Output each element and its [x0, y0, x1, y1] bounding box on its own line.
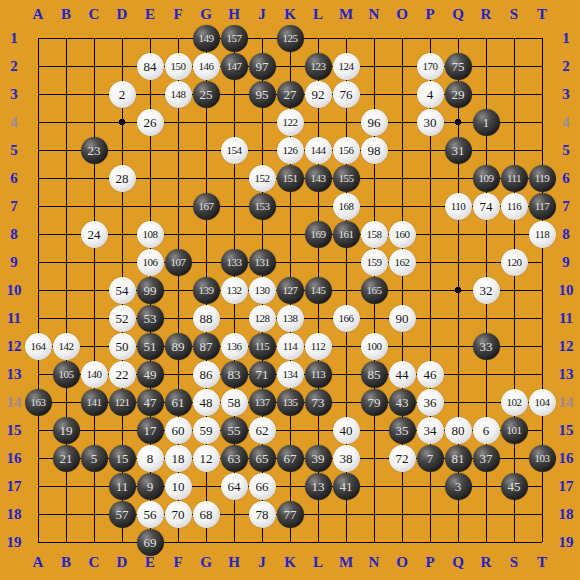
row-label-right-2: 2 — [562, 58, 570, 75]
stone-J3[interactable]: 95 — [249, 81, 276, 108]
col-label-bottom-L: L — [313, 554, 323, 571]
stone-M15[interactable]: 40 — [333, 417, 360, 444]
col-label-top-P: P — [425, 6, 434, 23]
row-label-left-3: 3 — [10, 86, 18, 103]
stone-J16[interactable]: 65 — [249, 445, 276, 472]
stone-J15[interactable]: 62 — [249, 417, 276, 444]
stone-N8[interactable]: 158 — [361, 221, 388, 248]
stone-Q15[interactable]: 80 — [445, 417, 472, 444]
stone-F17[interactable]: 10 — [165, 473, 192, 500]
col-label-top-L: L — [313, 6, 323, 23]
stone-F18[interactable]: 70 — [165, 501, 192, 528]
stone-H13[interactable]: 83 — [221, 361, 248, 388]
stone-E16[interactable]: 8 — [137, 445, 164, 472]
col-label-top-Q: Q — [452, 6, 464, 23]
col-label-top-E: E — [145, 6, 155, 23]
row-label-left-13: 13 — [7, 366, 22, 383]
stone-T14[interactable]: 104 — [529, 389, 556, 416]
stone-P14[interactable]: 36 — [417, 389, 444, 416]
row-label-right-15: 15 — [559, 422, 574, 439]
stone-D6[interactable]: 28 — [109, 165, 136, 192]
stone-L6[interactable]: 143 — [305, 165, 332, 192]
col-label-top-H: H — [228, 6, 240, 23]
stone-K5[interactable]: 126 — [277, 137, 304, 164]
row-label-right-13: 13 — [559, 366, 574, 383]
stone-J18[interactable]: 78 — [249, 501, 276, 528]
stone-F14[interactable]: 61 — [165, 389, 192, 416]
stone-J12[interactable]: 115 — [249, 333, 276, 360]
stone-K18[interactable]: 77 — [277, 501, 304, 528]
stone-G16[interactable]: 12 — [193, 445, 220, 472]
col-label-bottom-H: H — [228, 554, 240, 571]
col-label-bottom-Q: Q — [452, 554, 464, 571]
row-label-right-4: 4 — [562, 114, 570, 131]
stone-K12[interactable]: 114 — [277, 333, 304, 360]
stone-H15[interactable]: 55 — [221, 417, 248, 444]
row-label-right-18: 18 — [559, 506, 574, 523]
stone-C16[interactable]: 5 — [81, 445, 108, 472]
stone-M6[interactable]: 155 — [333, 165, 360, 192]
stone-K4[interactable]: 122 — [277, 109, 304, 136]
stone-G10[interactable]: 139 — [193, 277, 220, 304]
stone-N4[interactable]: 96 — [361, 109, 388, 136]
stone-P3[interactable]: 4 — [417, 81, 444, 108]
col-label-top-F: F — [173, 6, 182, 23]
col-label-top-J: J — [258, 6, 266, 23]
stone-K6[interactable]: 151 — [277, 165, 304, 192]
row-label-left-8: 8 — [10, 226, 18, 243]
stone-O13[interactable]: 44 — [389, 361, 416, 388]
stone-O9[interactable]: 162 — [389, 249, 416, 276]
stone-D14[interactable]: 121 — [109, 389, 136, 416]
go-board[interactable]: AABBCCDDEEFFGGHHJJKKLLMMNNOOPPQQRRSSTT11… — [0, 0, 580, 580]
stone-N10[interactable]: 165 — [361, 277, 388, 304]
stone-E11[interactable]: 53 — [137, 305, 164, 332]
stone-E17[interactable]: 9 — [137, 473, 164, 500]
stone-E14[interactable]: 47 — [137, 389, 164, 416]
stone-B16[interactable]: 21 — [53, 445, 80, 472]
row-label-right-3: 3 — [562, 86, 570, 103]
stone-M8[interactable]: 161 — [333, 221, 360, 248]
col-label-bottom-G: G — [200, 554, 212, 571]
row-label-left-19: 19 — [7, 534, 22, 551]
stone-R10[interactable]: 32 — [473, 277, 500, 304]
stone-T16[interactable]: 103 — [529, 445, 556, 472]
stone-G15[interactable]: 59 — [193, 417, 220, 444]
stone-T7[interactable]: 117 — [529, 193, 556, 220]
col-label-bottom-F: F — [173, 554, 182, 571]
stone-M5[interactable]: 156 — [333, 137, 360, 164]
stone-T8[interactable]: 118 — [529, 221, 556, 248]
stone-D10[interactable]: 54 — [109, 277, 136, 304]
stone-E10[interactable]: 99 — [137, 277, 164, 304]
row-label-left-18: 18 — [7, 506, 22, 523]
stone-E8[interactable]: 108 — [137, 221, 164, 248]
stone-H12[interactable]: 136 — [221, 333, 248, 360]
col-label-top-S: S — [510, 6, 518, 23]
stone-N12[interactable]: 100 — [361, 333, 388, 360]
stone-L5[interactable]: 144 — [305, 137, 332, 164]
stone-A14[interactable]: 163 — [25, 389, 52, 416]
stone-G2[interactable]: 146 — [193, 53, 220, 80]
row-label-left-2: 2 — [10, 58, 18, 75]
stone-E4[interactable]: 26 — [137, 109, 164, 136]
row-label-right-17: 17 — [559, 478, 574, 495]
stone-C8[interactable]: 24 — [81, 221, 108, 248]
row-label-left-1: 1 — [10, 30, 18, 47]
stone-O16[interactable]: 72 — [389, 445, 416, 472]
col-label-top-M: M — [339, 6, 353, 23]
stone-S6[interactable]: 111 — [501, 165, 528, 192]
stone-P4[interactable]: 30 — [417, 109, 444, 136]
stone-J2[interactable]: 97 — [249, 53, 276, 80]
stone-S9[interactable]: 120 — [501, 249, 528, 276]
stone-Q17[interactable]: 3 — [445, 473, 472, 500]
stone-R7[interactable]: 74 — [473, 193, 500, 220]
stone-S7[interactable]: 116 — [501, 193, 528, 220]
stone-G14[interactable]: 48 — [193, 389, 220, 416]
stone-L13[interactable]: 113 — [305, 361, 332, 388]
row-label-right-9: 9 — [562, 254, 570, 271]
stone-B15[interactable]: 19 — [53, 417, 80, 444]
stone-B13[interactable]: 105 — [53, 361, 80, 388]
stone-C14[interactable]: 141 — [81, 389, 108, 416]
stone-L16[interactable]: 39 — [305, 445, 332, 472]
col-label-bottom-J: J — [258, 554, 266, 571]
row-label-right-19: 19 — [559, 534, 574, 551]
stone-O15[interactable]: 35 — [389, 417, 416, 444]
stone-P16[interactable]: 7 — [417, 445, 444, 472]
row-label-left-11: 11 — [7, 310, 21, 327]
col-label-top-D: D — [117, 6, 128, 23]
stone-M16[interactable]: 38 — [333, 445, 360, 472]
stone-N13[interactable]: 85 — [361, 361, 388, 388]
stone-G1[interactable]: 149 — [193, 25, 220, 52]
stone-C13[interactable]: 140 — [81, 361, 108, 388]
stone-L3[interactable]: 92 — [305, 81, 332, 108]
stone-F9[interactable]: 107 — [165, 249, 192, 276]
stone-R16[interactable]: 37 — [473, 445, 500, 472]
col-label-bottom-P: P — [425, 554, 434, 571]
col-label-bottom-N: N — [369, 554, 380, 571]
col-label-top-T: T — [537, 6, 547, 23]
stone-G18[interactable]: 68 — [193, 501, 220, 528]
stone-J6[interactable]: 152 — [249, 165, 276, 192]
col-label-top-R: R — [481, 6, 492, 23]
stone-O14[interactable]: 43 — [389, 389, 416, 416]
row-label-left-9: 9 — [10, 254, 18, 271]
stone-G13[interactable]: 86 — [193, 361, 220, 388]
stone-E12[interactable]: 51 — [137, 333, 164, 360]
stone-K10[interactable]: 127 — [277, 277, 304, 304]
stone-P2[interactable]: 170 — [417, 53, 444, 80]
stone-L2[interactable]: 123 — [305, 53, 332, 80]
row-label-right-11: 11 — [559, 310, 573, 327]
row-label-left-17: 17 — [7, 478, 22, 495]
col-label-bottom-T: T — [537, 554, 547, 571]
stone-S15[interactable]: 101 — [501, 417, 528, 444]
stones-grid[interactable]: 1491571258415014614797123124170752148259… — [24, 24, 556, 556]
stone-R12[interactable]: 33 — [473, 333, 500, 360]
stone-M11[interactable]: 166 — [333, 305, 360, 332]
stone-E15[interactable]: 17 — [137, 417, 164, 444]
col-label-top-O: O — [396, 6, 408, 23]
stone-D18[interactable]: 57 — [109, 501, 136, 528]
stone-J13[interactable]: 71 — [249, 361, 276, 388]
row-label-left-4: 4 — [10, 114, 18, 131]
row-label-right-5: 5 — [562, 142, 570, 159]
stone-L10[interactable]: 145 — [305, 277, 332, 304]
stone-J9[interactable]: 131 — [249, 249, 276, 276]
stone-M17[interactable]: 41 — [333, 473, 360, 500]
col-label-bottom-A: A — [33, 554, 44, 571]
stone-F12[interactable]: 89 — [165, 333, 192, 360]
row-label-left-7: 7 — [10, 198, 18, 215]
col-label-top-N: N — [369, 6, 380, 23]
row-label-right-8: 8 — [562, 226, 570, 243]
stone-N14[interactable]: 79 — [361, 389, 388, 416]
stone-M2[interactable]: 124 — [333, 53, 360, 80]
stone-L14[interactable]: 73 — [305, 389, 332, 416]
stone-M7[interactable]: 168 — [333, 193, 360, 220]
stone-F2[interactable]: 150 — [165, 53, 192, 80]
col-label-top-K: K — [284, 6, 296, 23]
row-label-right-12: 12 — [559, 338, 574, 355]
stone-K16[interactable]: 67 — [277, 445, 304, 472]
stone-C5[interactable]: 23 — [81, 137, 108, 164]
stone-G3[interactable]: 25 — [193, 81, 220, 108]
col-label-bottom-K: K — [284, 554, 296, 571]
stone-D3[interactable]: 2 — [109, 81, 136, 108]
stone-E13[interactable]: 49 — [137, 361, 164, 388]
stone-E9[interactable]: 106 — [137, 249, 164, 276]
stone-R15[interactable]: 6 — [473, 417, 500, 444]
stone-H17[interactable]: 64 — [221, 473, 248, 500]
stone-H10[interactable]: 132 — [221, 277, 248, 304]
stone-D11[interactable]: 52 — [109, 305, 136, 332]
stone-N9[interactable]: 159 — [361, 249, 388, 276]
stone-K3[interactable]: 27 — [277, 81, 304, 108]
stone-O11[interactable]: 90 — [389, 305, 416, 332]
stone-L8[interactable]: 169 — [305, 221, 332, 248]
stone-F16[interactable]: 18 — [165, 445, 192, 472]
col-label-bottom-E: E — [145, 554, 155, 571]
row-label-right-1: 1 — [562, 30, 570, 47]
stone-D12[interactable]: 50 — [109, 333, 136, 360]
stone-P15[interactable]: 34 — [417, 417, 444, 444]
row-label-left-16: 16 — [7, 450, 22, 467]
stone-G7[interactable]: 167 — [193, 193, 220, 220]
col-label-top-B: B — [61, 6, 71, 23]
stone-L12[interactable]: 112 — [305, 333, 332, 360]
stone-E2[interactable]: 84 — [137, 53, 164, 80]
stone-O8[interactable]: 160 — [389, 221, 416, 248]
col-label-bottom-B: B — [61, 554, 71, 571]
stone-T6[interactable]: 119 — [529, 165, 556, 192]
stone-Q2[interactable]: 75 — [445, 53, 472, 80]
stone-K14[interactable]: 135 — [277, 389, 304, 416]
row-label-right-7: 7 — [562, 198, 570, 215]
col-label-bottom-R: R — [481, 554, 492, 571]
row-label-left-12: 12 — [7, 338, 22, 355]
col-label-bottom-C: C — [89, 554, 100, 571]
row-label-right-6: 6 — [562, 170, 570, 187]
stone-S14[interactable]: 102 — [501, 389, 528, 416]
stone-B12[interactable]: 142 — [53, 333, 80, 360]
col-label-bottom-S: S — [510, 554, 518, 571]
stone-R6[interactable]: 109 — [473, 165, 500, 192]
stone-G12[interactable]: 87 — [193, 333, 220, 360]
stone-F3[interactable]: 148 — [165, 81, 192, 108]
stone-E18[interactable]: 56 — [137, 501, 164, 528]
stone-H14[interactable]: 58 — [221, 389, 248, 416]
stone-J11[interactable]: 128 — [249, 305, 276, 332]
col-label-bottom-M: M — [339, 554, 353, 571]
stone-Q7[interactable]: 110 — [445, 193, 472, 220]
row-label-right-10: 10 — [559, 282, 574, 299]
stone-D17[interactable]: 11 — [109, 473, 136, 500]
stone-Q5[interactable]: 31 — [445, 137, 472, 164]
stone-D13[interactable]: 22 — [109, 361, 136, 388]
stone-F15[interactable]: 60 — [165, 417, 192, 444]
stone-K13[interactable]: 134 — [277, 361, 304, 388]
row-label-right-14: 14 — [559, 394, 574, 411]
stone-S17[interactable]: 45 — [501, 473, 528, 500]
stone-D16[interactable]: 15 — [109, 445, 136, 472]
stone-K1[interactable]: 125 — [277, 25, 304, 52]
stone-H2[interactable]: 147 — [221, 53, 248, 80]
stone-H9[interactable]: 133 — [221, 249, 248, 276]
stone-H16[interactable]: 63 — [221, 445, 248, 472]
stone-J10[interactable]: 130 — [249, 277, 276, 304]
stone-J14[interactable]: 137 — [249, 389, 276, 416]
col-label-top-G: G — [200, 6, 212, 23]
stone-H1[interactable]: 157 — [221, 25, 248, 52]
row-label-left-5: 5 — [10, 142, 18, 159]
col-label-top-C: C — [89, 6, 100, 23]
col-label-bottom-O: O — [396, 554, 408, 571]
stone-E19[interactable]: 69 — [137, 529, 164, 556]
row-label-left-14: 14 — [7, 394, 22, 411]
stone-Q16[interactable]: 81 — [445, 445, 472, 472]
col-label-top-A: A — [33, 6, 44, 23]
stone-J17[interactable]: 66 — [249, 473, 276, 500]
col-label-bottom-D: D — [117, 554, 128, 571]
stone-M3[interactable]: 76 — [333, 81, 360, 108]
stone-Q3[interactable]: 29 — [445, 81, 472, 108]
stone-L17[interactable]: 13 — [305, 473, 332, 500]
row-label-left-6: 6 — [10, 170, 18, 187]
stone-R4[interactable]: 1 — [473, 109, 500, 136]
stone-P13[interactable]: 46 — [417, 361, 444, 388]
stone-K11[interactable]: 138 — [277, 305, 304, 332]
row-label-left-10: 10 — [7, 282, 22, 299]
stone-A12[interactable]: 164 — [25, 333, 52, 360]
stone-J7[interactable]: 153 — [249, 193, 276, 220]
row-label-left-15: 15 — [7, 422, 22, 439]
stone-H5[interactable]: 154 — [221, 137, 248, 164]
stone-N5[interactable]: 98 — [361, 137, 388, 164]
stone-G11[interactable]: 88 — [193, 305, 220, 332]
row-label-right-16: 16 — [559, 450, 574, 467]
